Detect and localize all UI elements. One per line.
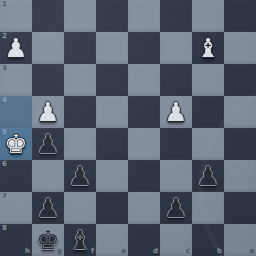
- square-c5[interactable]: [160, 128, 192, 160]
- square-c2[interactable]: [160, 32, 192, 64]
- file-label-d: d: [153, 248, 158, 255]
- square-b1[interactable]: [192, 0, 224, 32]
- square-d2[interactable]: [128, 32, 160, 64]
- square-f6[interactable]: ♟: [64, 160, 96, 192]
- square-a7[interactable]: [224, 192, 256, 224]
- white-bishop[interactable]: ♝: [192, 32, 224, 64]
- square-h5[interactable]: 5♚: [0, 128, 32, 160]
- square-a8[interactable]: a: [224, 224, 256, 256]
- white-pawn[interactable]: ♟: [160, 96, 192, 128]
- square-c6[interactable]: [160, 160, 192, 192]
- square-a4[interactable]: [224, 96, 256, 128]
- white-pawn[interactable]: ♟: [0, 32, 32, 64]
- square-f1[interactable]: [64, 0, 96, 32]
- square-g2[interactable]: [32, 32, 64, 64]
- square-c4[interactable]: ♟: [160, 96, 192, 128]
- square-g7[interactable]: ♟: [32, 192, 64, 224]
- square-f5[interactable]: [64, 128, 96, 160]
- square-h7[interactable]: 7: [0, 192, 32, 224]
- black-pawn[interactable]: ♟: [192, 160, 224, 192]
- square-c7[interactable]: ♟: [160, 192, 192, 224]
- square-f7[interactable]: [64, 192, 96, 224]
- square-d1[interactable]: [128, 0, 160, 32]
- square-h8[interactable]: 8h: [0, 224, 32, 256]
- square-b7[interactable]: [192, 192, 224, 224]
- rank-label-3: 3: [2, 65, 7, 72]
- square-h2[interactable]: 2♟: [0, 32, 32, 64]
- square-b5[interactable]: [192, 128, 224, 160]
- white-king[interactable]: ♚: [0, 128, 32, 160]
- rank-label-1: 1: [2, 1, 7, 8]
- square-g1[interactable]: [32, 0, 64, 32]
- square-d4[interactable]: [128, 96, 160, 128]
- square-d6[interactable]: [128, 160, 160, 192]
- black-pawn[interactable]: ♟: [64, 160, 96, 192]
- square-e4[interactable]: [96, 96, 128, 128]
- square-e3[interactable]: [96, 64, 128, 96]
- rank-label-4: 4: [2, 97, 7, 104]
- square-f3[interactable]: [64, 64, 96, 96]
- square-h6[interactable]: 6: [0, 160, 32, 192]
- white-pawn[interactable]: ♟: [32, 96, 64, 128]
- square-b3[interactable]: [192, 64, 224, 96]
- square-d3[interactable]: [128, 64, 160, 96]
- black-pawn[interactable]: ♟: [32, 192, 64, 224]
- square-f8[interactable]: f♝: [64, 224, 96, 256]
- rank-label-6: 6: [2, 161, 7, 168]
- square-b2[interactable]: ♝: [192, 32, 224, 64]
- file-label-b: b: [217, 248, 222, 255]
- square-c3[interactable]: [160, 64, 192, 96]
- square-h1[interactable]: 1: [0, 0, 32, 32]
- square-g8[interactable]: g♚: [32, 224, 64, 256]
- square-b4[interactable]: [192, 96, 224, 128]
- square-e6[interactable]: [96, 160, 128, 192]
- square-e8[interactable]: e: [96, 224, 128, 256]
- rank-label-8: 8: [2, 225, 7, 232]
- square-f2[interactable]: [64, 32, 96, 64]
- rank-label-7: 7: [2, 193, 7, 200]
- square-b8[interactable]: b: [192, 224, 224, 256]
- square-a5[interactable]: [224, 128, 256, 160]
- file-label-a: a: [249, 248, 254, 255]
- square-e5[interactable]: [96, 128, 128, 160]
- black-pawn[interactable]: ♟: [160, 192, 192, 224]
- square-g5[interactable]: ♟: [32, 128, 64, 160]
- square-d7[interactable]: [128, 192, 160, 224]
- square-c1[interactable]: [160, 0, 192, 32]
- square-e7[interactable]: [96, 192, 128, 224]
- square-g6[interactable]: [32, 160, 64, 192]
- square-a1[interactable]: [224, 0, 256, 32]
- black-bishop[interactable]: ♝: [64, 224, 96, 256]
- file-label-c: c: [186, 248, 190, 255]
- square-a2[interactable]: [224, 32, 256, 64]
- square-g3[interactable]: [32, 64, 64, 96]
- square-b6[interactable]: ♟: [192, 160, 224, 192]
- square-f4[interactable]: [64, 96, 96, 128]
- black-king[interactable]: ♚: [32, 224, 64, 256]
- file-label-h: h: [25, 248, 30, 255]
- square-a6[interactable]: [224, 160, 256, 192]
- square-d5[interactable]: [128, 128, 160, 160]
- square-h3[interactable]: 3: [0, 64, 32, 96]
- square-c8[interactable]: c: [160, 224, 192, 256]
- square-h4[interactable]: 4: [0, 96, 32, 128]
- square-e2[interactable]: [96, 32, 128, 64]
- square-a3[interactable]: [224, 64, 256, 96]
- file-label-e: e: [121, 248, 126, 255]
- square-g4[interactable]: ♟: [32, 96, 64, 128]
- chess-board: 12♟♝34♟♟5♚♟6♟♟7♟♟8hg♚f♝edcba: [0, 0, 256, 256]
- square-d8[interactable]: d: [128, 224, 160, 256]
- black-pawn[interactable]: ♟: [32, 128, 64, 160]
- square-e1[interactable]: [96, 0, 128, 32]
